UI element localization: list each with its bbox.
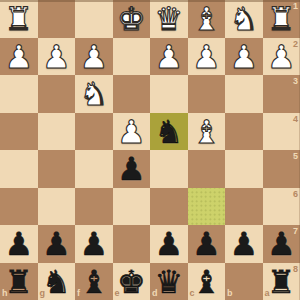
square-e3[interactable] xyxy=(113,75,151,113)
piece-black-king[interactable]: ♚ xyxy=(113,263,151,300)
piece-white-rook[interactable]: ♜ xyxy=(263,0,301,38)
chess-board: ♜♚♛♝♞♜1♟♟♟♟♟♟♟2♞3♟♞♝4♟56♟♟♟♟♟♟♟7♜h♞g♝f♚e… xyxy=(0,0,300,300)
square-g1[interactable] xyxy=(38,0,76,38)
rank-label-4: 4 xyxy=(293,115,298,124)
square-h7[interactable]: ♟ xyxy=(0,225,38,263)
piece-black-rook[interactable]: ♜ xyxy=(263,263,301,300)
piece-white-knight[interactable]: ♞ xyxy=(225,0,263,38)
square-f3[interactable]: ♞ xyxy=(75,75,113,113)
square-a2[interactable]: ♟2 xyxy=(263,38,301,76)
square-a7[interactable]: ♟7 xyxy=(263,225,301,263)
piece-white-pawn[interactable]: ♟ xyxy=(38,38,76,76)
square-g2[interactable]: ♟ xyxy=(38,38,76,76)
square-h3[interactable] xyxy=(0,75,38,113)
piece-black-pawn[interactable]: ♟ xyxy=(0,225,38,263)
square-c4[interactable]: ♝ xyxy=(188,113,226,151)
square-b6[interactable] xyxy=(225,188,263,226)
piece-white-pawn[interactable]: ♟ xyxy=(150,38,188,76)
piece-black-pawn[interactable]: ♟ xyxy=(225,225,263,263)
square-h8[interactable]: ♜h xyxy=(0,263,38,300)
square-d7[interactable]: ♟ xyxy=(150,225,188,263)
square-d8[interactable]: ♛d xyxy=(150,263,188,300)
piece-white-pawn[interactable]: ♟ xyxy=(75,38,113,76)
piece-black-pawn[interactable]: ♟ xyxy=(150,225,188,263)
piece-white-king[interactable]: ♚ xyxy=(113,0,151,38)
piece-white-rook[interactable]: ♜ xyxy=(0,0,38,38)
square-d5[interactable] xyxy=(150,150,188,188)
rank-label-3: 3 xyxy=(293,77,298,86)
piece-black-pawn[interactable]: ♟ xyxy=(113,150,151,188)
piece-white-bishop[interactable]: ♝ xyxy=(188,113,226,151)
piece-black-pawn[interactable]: ♟ xyxy=(38,225,76,263)
square-a4[interactable]: 4 xyxy=(263,113,301,151)
square-e1[interactable]: ♚ xyxy=(113,0,151,38)
piece-black-bishop[interactable]: ♝ xyxy=(188,263,226,300)
square-b2[interactable]: ♟ xyxy=(225,38,263,76)
square-c3[interactable] xyxy=(188,75,226,113)
rank-label-6: 6 xyxy=(293,190,298,199)
square-b3[interactable] xyxy=(225,75,263,113)
square-a3[interactable]: 3 xyxy=(263,75,301,113)
piece-white-pawn[interactable]: ♟ xyxy=(113,113,151,151)
square-b8[interactable]: b xyxy=(225,263,263,300)
piece-white-bishop[interactable]: ♝ xyxy=(188,0,226,38)
square-c1[interactable]: ♝ xyxy=(188,0,226,38)
square-g7[interactable]: ♟ xyxy=(38,225,76,263)
square-h2[interactable]: ♟ xyxy=(0,38,38,76)
square-b4[interactable] xyxy=(225,113,263,151)
square-h5[interactable] xyxy=(0,150,38,188)
square-c8[interactable]: ♝c xyxy=(188,263,226,300)
square-f5[interactable] xyxy=(75,150,113,188)
piece-white-pawn[interactable]: ♟ xyxy=(188,38,226,76)
piece-black-bishop[interactable]: ♝ xyxy=(75,263,113,300)
board-wrap: ♜♚♛♝♞♜1♟♟♟♟♟♟♟2♞3♟♞♝4♟56♟♟♟♟♟♟♟7♜h♞g♝f♚e… xyxy=(0,0,300,300)
square-g8[interactable]: ♞g xyxy=(38,263,76,300)
square-d3[interactable] xyxy=(150,75,188,113)
square-h1[interactable]: ♜ xyxy=(0,0,38,38)
piece-white-knight[interactable]: ♞ xyxy=(75,75,113,113)
square-c2[interactable]: ♟ xyxy=(188,38,226,76)
square-d6[interactable] xyxy=(150,188,188,226)
file-label-b: b xyxy=(227,289,233,298)
square-d4[interactable]: ♞ xyxy=(150,113,188,151)
square-f7[interactable]: ♟ xyxy=(75,225,113,263)
square-d2[interactable]: ♟ xyxy=(150,38,188,76)
piece-black-knight[interactable]: ♞ xyxy=(38,263,76,300)
rank-label-5: 5 xyxy=(293,152,298,161)
piece-black-rook[interactable]: ♜ xyxy=(0,263,38,300)
piece-black-pawn[interactable]: ♟ xyxy=(263,225,301,263)
square-b7[interactable]: ♟ xyxy=(225,225,263,263)
square-a6[interactable]: 6 xyxy=(263,188,301,226)
square-e4[interactable]: ♟ xyxy=(113,113,151,151)
square-h4[interactable] xyxy=(0,113,38,151)
square-e8[interactable]: ♚e xyxy=(113,263,151,300)
square-f4[interactable] xyxy=(75,113,113,151)
square-b5[interactable] xyxy=(225,150,263,188)
square-b1[interactable]: ♞ xyxy=(225,0,263,38)
square-f1[interactable] xyxy=(75,0,113,38)
square-e6[interactable] xyxy=(113,188,151,226)
square-h6[interactable] xyxy=(0,188,38,226)
square-c5[interactable] xyxy=(188,150,226,188)
square-e7[interactable] xyxy=(113,225,151,263)
square-g6[interactable] xyxy=(38,188,76,226)
square-g4[interactable] xyxy=(38,113,76,151)
piece-black-pawn[interactable]: ♟ xyxy=(188,225,226,263)
square-g5[interactable] xyxy=(38,150,76,188)
square-f2[interactable]: ♟ xyxy=(75,38,113,76)
piece-white-pawn[interactable]: ♟ xyxy=(225,38,263,76)
piece-black-pawn[interactable]: ♟ xyxy=(75,225,113,263)
piece-white-queen[interactable]: ♛ xyxy=(150,0,188,38)
square-f8[interactable]: ♝f xyxy=(75,263,113,300)
square-c7[interactable]: ♟ xyxy=(188,225,226,263)
square-c6[interactable] xyxy=(188,188,226,226)
square-e2[interactable] xyxy=(113,38,151,76)
piece-white-pawn[interactable]: ♟ xyxy=(0,38,38,76)
square-a8[interactable]: ♜8a xyxy=(263,263,301,300)
square-g3[interactable] xyxy=(38,75,76,113)
piece-black-knight[interactable]: ♞ xyxy=(150,113,188,151)
piece-black-queen[interactable]: ♛ xyxy=(150,263,188,300)
square-e5[interactable]: ♟ xyxy=(113,150,151,188)
piece-white-pawn[interactable]: ♟ xyxy=(263,38,301,76)
square-d1[interactable]: ♛ xyxy=(150,0,188,38)
square-a5[interactable]: 5 xyxy=(263,150,301,188)
square-f6[interactable] xyxy=(75,188,113,226)
square-a1[interactable]: ♜1 xyxy=(263,0,301,38)
